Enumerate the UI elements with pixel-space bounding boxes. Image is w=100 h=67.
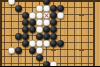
white-stone <box>43 12 50 19</box>
black-stone <box>22 40 29 47</box>
white-stone <box>36 47 43 54</box>
black-stone <box>15 33 22 40</box>
black-stone <box>29 47 36 54</box>
white-stone <box>8 0 15 5</box>
black-stone <box>36 33 43 40</box>
black-stone <box>22 26 29 33</box>
black-stone <box>43 33 50 40</box>
black-stone <box>29 19 36 26</box>
last-move-marker <box>44 13 49 18</box>
black-stone <box>22 19 29 26</box>
white-stone <box>50 61 57 67</box>
black-stone <box>50 19 57 26</box>
black-stone <box>43 26 50 33</box>
white-stone <box>43 19 50 26</box>
black-stone <box>22 33 29 40</box>
black-stone <box>50 5 57 12</box>
white-stone <box>8 47 15 54</box>
black-stone <box>50 12 57 19</box>
go-board[interactable] <box>1 0 99 66</box>
white-stone <box>36 5 43 12</box>
black-stone <box>57 40 64 47</box>
white-stone <box>36 40 43 47</box>
black-stone <box>50 26 57 33</box>
black-stone <box>57 5 64 12</box>
white-stone <box>43 40 50 47</box>
white-stone <box>36 26 43 33</box>
white-stone <box>29 12 36 19</box>
white-stone <box>57 12 64 19</box>
white-stone <box>36 19 43 26</box>
black-stone <box>15 47 22 54</box>
black-stone <box>22 12 29 19</box>
white-stone <box>43 5 50 12</box>
white-stone <box>36 12 43 19</box>
black-stone <box>36 54 43 61</box>
black-stone <box>29 26 36 33</box>
black-stone <box>15 5 22 12</box>
black-stone <box>43 61 50 67</box>
white-stone <box>29 40 36 47</box>
black-stone <box>50 33 57 40</box>
star-point <box>50 47 57 54</box>
star-point <box>78 47 85 54</box>
star-point <box>78 12 85 19</box>
black-stone <box>43 0 50 5</box>
black-stone <box>50 40 57 47</box>
go-app-screen <box>0 0 100 66</box>
